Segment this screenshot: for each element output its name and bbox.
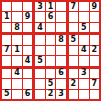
sudoku-cell[interactable]: 4 [23, 56, 32, 65]
sudoku-cell[interactable] [90, 23, 99, 32]
sudoku-cell[interactable]: 6 [56, 69, 65, 78]
sudoku-cell[interactable] [12, 12, 21, 21]
sudoku-cell[interactable] [23, 46, 32, 55]
sudoku-cell[interactable] [12, 56, 21, 65]
sudoku-cell[interactable]: 5 [35, 56, 44, 65]
sudoku-board: 3179196845857142454635275623 [0, 0, 101, 101]
sudoku-cell[interactable] [12, 90, 21, 99]
sudoku-cell[interactable] [90, 90, 99, 99]
sudoku-cell[interactable] [35, 79, 44, 88]
sudoku-cell[interactable] [23, 23, 32, 32]
sudoku-cell[interactable]: 9 [90, 2, 99, 11]
sudoku-cell[interactable] [69, 90, 78, 99]
sudoku-cell[interactable] [90, 12, 99, 21]
sudoku-cell[interactable] [23, 69, 32, 78]
sudoku-cell[interactable]: 2 [69, 79, 78, 88]
sudoku-cell[interactable]: 8 [56, 35, 65, 44]
sudoku-cell[interactable] [69, 56, 78, 65]
sudoku-cell[interactable] [79, 56, 88, 65]
sudoku-cell[interactable] [90, 35, 99, 44]
sudoku-cell[interactable]: 2 [90, 46, 99, 55]
sudoku-cell[interactable] [23, 2, 32, 11]
sudoku-cell[interactable] [90, 69, 99, 78]
sudoku-cell[interactable] [2, 23, 11, 32]
sudoku-cell[interactable]: 5 [79, 23, 88, 32]
sudoku-cell[interactable] [23, 79, 32, 88]
sudoku-cell[interactable] [69, 46, 78, 55]
sudoku-cell[interactable] [12, 79, 21, 88]
sudoku-cell[interactable] [2, 69, 11, 78]
sudoku-cell[interactable] [2, 79, 11, 88]
sudoku-cell[interactable] [2, 2, 11, 11]
sudoku-cell[interactable]: 1 [12, 46, 21, 55]
sudoku-cell[interactable] [35, 46, 44, 55]
sudoku-cell[interactable]: 4 [12, 69, 21, 78]
sudoku-cell[interactable] [79, 12, 88, 21]
sudoku-cell[interactable]: 5 [46, 79, 55, 88]
sudoku-cell[interactable] [90, 56, 99, 65]
sudoku-cell[interactable] [79, 35, 88, 44]
sudoku-cell[interactable]: 5 [69, 35, 78, 44]
sudoku-cell[interactable] [35, 69, 44, 78]
sudoku-cell[interactable] [69, 12, 78, 21]
sudoku-cell[interactable] [2, 56, 11, 65]
sudoku-cell[interactable]: 1 [46, 2, 55, 11]
sudoku-cell[interactable] [56, 2, 65, 11]
sudoku-cell[interactable] [35, 90, 44, 99]
sudoku-cell[interactable]: 3 [35, 2, 44, 11]
sudoku-cell[interactable] [46, 35, 55, 44]
sudoku-cell[interactable]: 3 [56, 90, 65, 99]
sudoku-cell[interactable] [79, 79, 88, 88]
sudoku-cell[interactable]: 7 [2, 46, 11, 55]
sudoku-cell[interactable] [35, 12, 44, 21]
sudoku-cell[interactable] [56, 23, 65, 32]
sudoku-cell[interactable]: 7 [90, 79, 99, 88]
sudoku-cell[interactable] [56, 46, 65, 55]
sudoku-cell[interactable]: 6 [23, 90, 32, 99]
sudoku-cell[interactable]: 3 [79, 69, 88, 78]
sudoku-cell[interactable] [56, 56, 65, 65]
sudoku-cell[interactable]: 4 [79, 46, 88, 55]
sudoku-cell[interactable] [23, 35, 32, 44]
sudoku-cell[interactable]: 7 [69, 2, 78, 11]
sudoku-cell[interactable] [12, 2, 21, 11]
sudoku-cell[interactable] [56, 12, 65, 21]
sudoku-cell[interactable] [46, 46, 55, 55]
sudoku-cell[interactable] [56, 79, 65, 88]
sudoku-cell[interactable] [79, 2, 88, 11]
sudoku-cell[interactable] [69, 23, 78, 32]
sudoku-cell[interactable] [46, 56, 55, 65]
sudoku-cell[interactable] [69, 69, 78, 78]
sudoku-cell[interactable] [12, 35, 21, 44]
sudoku-cell[interactable] [79, 90, 88, 99]
sudoku-cell[interactable]: 2 [46, 90, 55, 99]
sudoku-cell[interactable]: 4 [35, 23, 44, 32]
sudoku-cell[interactable] [46, 23, 55, 32]
sudoku-cell[interactable]: 1 [2, 12, 11, 21]
sudoku-cell[interactable] [35, 35, 44, 44]
sudoku-cell[interactable]: 8 [12, 23, 21, 32]
sudoku-cell[interactable]: 5 [2, 90, 11, 99]
sudoku-cell[interactable]: 9 [23, 12, 32, 21]
sudoku-cell[interactable] [2, 35, 11, 44]
sudoku-cell[interactable]: 6 [46, 12, 55, 21]
sudoku-cell[interactable] [46, 69, 55, 78]
